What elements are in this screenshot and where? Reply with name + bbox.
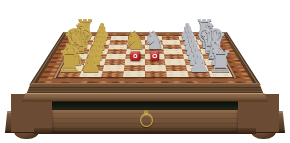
board-square <box>145 71 167 77</box>
base-molding <box>22 93 268 102</box>
board-squares <box>56 36 234 78</box>
board-square <box>79 71 103 77</box>
drawer-ring-pull-icon <box>140 113 153 127</box>
chess-board <box>29 32 260 84</box>
board-square <box>208 71 232 77</box>
chess-set-photo: ♜♞♝♛♚♝♜♟♟♟♟♟♟♟♟♞♜♞♝♛♚♝♜♟♟♟♟♟♟♟♟♞ <box>0 0 290 143</box>
board-square <box>187 71 211 77</box>
board-square <box>57 71 81 77</box>
board-square <box>123 71 145 77</box>
board-square <box>166 71 189 77</box>
board-square <box>101 71 124 77</box>
